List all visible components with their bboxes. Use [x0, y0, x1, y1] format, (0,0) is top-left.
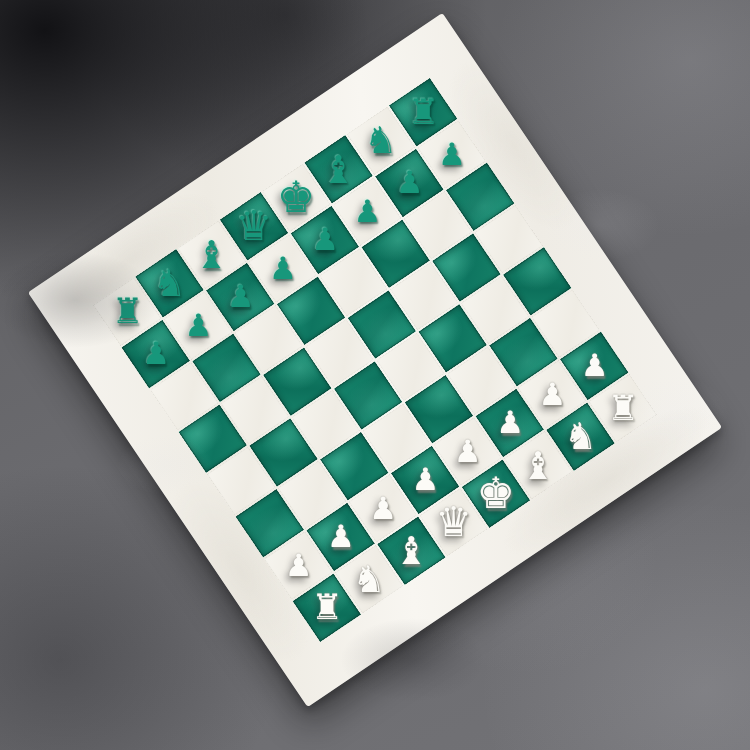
green-bishop-c8: ♝: [195, 236, 229, 274]
white-rook-h1: ♜: [607, 391, 638, 426]
white-queen-d1: ♛: [435, 502, 472, 543]
white-pawn-h2: ♟: [580, 350, 608, 381]
white-bishop-c1: ♝: [394, 532, 428, 570]
green-pawn-g7: ♟: [396, 168, 424, 199]
white-pawn-c2: ♟: [369, 493, 397, 524]
green-knight-g8: ♞: [364, 122, 397, 159]
white-pawn-b2: ♟: [327, 522, 355, 553]
white-pawn-f2: ♟: [496, 407, 524, 438]
green-pawn-c7: ♟: [226, 282, 254, 313]
green-rook-a8: ♜: [111, 294, 142, 329]
green-pawn-f7: ♟: [353, 196, 381, 227]
green-pawn-b7: ♟: [184, 310, 212, 341]
green-knight-b8: ♞: [153, 265, 186, 302]
concrete-surface: ♜♞♝♛♚♝♞♜♟♟♟♟♟♟♟♟♟♟♟♟♟♟♟♟♜♞♝♛♚♝♞♜: [0, 0, 750, 750]
white-king-e1: ♚: [477, 472, 516, 515]
white-pawn-a2: ♟: [284, 550, 312, 581]
white-knight-b1: ♞: [353, 561, 386, 598]
green-pawn-h7: ♟: [438, 139, 466, 170]
green-pawn-a7: ♟: [142, 339, 170, 370]
green-rook-h8: ♜: [407, 95, 438, 130]
white-pawn-e2: ♟: [454, 436, 482, 467]
white-bishop-f1: ♝: [521, 446, 555, 484]
white-pawn-g2: ♟: [538, 379, 566, 410]
green-pawn-d7: ♟: [269, 253, 297, 284]
white-pawn-d2: ♟: [411, 464, 439, 495]
green-bishop-f8: ♝: [322, 150, 356, 188]
chess-board: ♜♞♝♛♚♝♞♜♟♟♟♟♟♟♟♟♟♟♟♟♟♟♟♟♜♞♝♛♚♝♞♜: [28, 13, 722, 707]
white-knight-g1: ♞: [564, 418, 597, 455]
board-grid: ♜♞♝♛♚♝♞♜♟♟♟♟♟♟♟♟♟♟♟♟♟♟♟♟♜♞♝♛♚♝♞♜: [93, 78, 657, 642]
green-king-e8: ♚: [277, 176, 316, 219]
green-queen-d8: ♛: [236, 206, 273, 247]
green-pawn-e7: ♟: [311, 225, 339, 256]
white-rook-a1: ♜: [311, 590, 342, 625]
